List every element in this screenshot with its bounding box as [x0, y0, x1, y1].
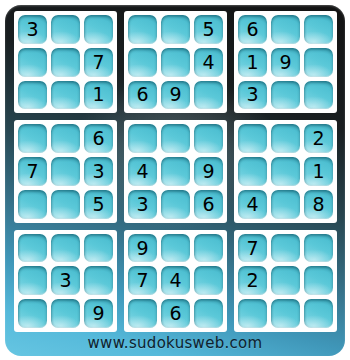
cell-r2c5[interactable] [161, 48, 190, 77]
cell-r2c7[interactable]: 1 [238, 48, 267, 77]
cell-r2c8[interactable]: 9 [271, 48, 300, 77]
sudoku-box-1-2: 5469 [124, 11, 227, 113]
cell-r9c9[interactable] [304, 299, 333, 328]
cell-r4c1[interactable] [18, 124, 47, 153]
cell-r3c5[interactable]: 9 [161, 81, 190, 110]
cell-r1c1[interactable]: 3 [18, 15, 47, 44]
cell-r1c7[interactable]: 6 [238, 15, 267, 44]
cell-r7c8[interactable] [271, 234, 300, 263]
cell-r7c2[interactable] [51, 234, 80, 263]
site-url[interactable]: www.sudokusweb.com [0, 334, 350, 352]
cell-r6c6[interactable]: 6 [194, 190, 223, 219]
cell-r2c2[interactable] [51, 48, 80, 77]
cell-r4c3[interactable]: 6 [84, 124, 113, 153]
cell-r4c8[interactable] [271, 124, 300, 153]
cell-r7c6[interactable] [194, 234, 223, 263]
cell-r5c3[interactable]: 3 [84, 157, 113, 186]
cell-r6c5[interactable] [161, 190, 190, 219]
cell-r5c1[interactable]: 7 [18, 157, 47, 186]
sudoku-box-3-2: 9746 [124, 230, 227, 332]
cell-r7c7[interactable]: 7 [238, 234, 267, 263]
cell-r4c7[interactable] [238, 124, 267, 153]
sudoku-puzzle-image: 3715469619367354936214839974672 www.sudo… [0, 0, 350, 360]
cell-r9c2[interactable] [51, 299, 80, 328]
sudoku-box-2-1: 6735 [14, 120, 117, 222]
cell-r3c6[interactable] [194, 81, 223, 110]
cell-r2c9[interactable] [304, 48, 333, 77]
cell-r8c7[interactable]: 2 [238, 266, 267, 295]
sudoku-board: 3715469619367354936214839974672 [14, 11, 337, 332]
cell-r1c8[interactable] [271, 15, 300, 44]
sudoku-box-1-3: 6193 [234, 11, 337, 113]
cell-r1c3[interactable] [84, 15, 113, 44]
cell-r6c4[interactable]: 3 [128, 190, 157, 219]
cell-r7c5[interactable] [161, 234, 190, 263]
cell-r5c4[interactable]: 4 [128, 157, 157, 186]
cell-r3c7[interactable]: 3 [238, 81, 267, 110]
cell-r1c5[interactable] [161, 15, 190, 44]
cell-r4c4[interactable] [128, 124, 157, 153]
cell-r5c7[interactable] [238, 157, 267, 186]
cell-r3c4[interactable]: 6 [128, 81, 157, 110]
cell-r1c6[interactable]: 5 [194, 15, 223, 44]
sudoku-box-3-3: 72 [234, 230, 337, 332]
cell-r1c9[interactable] [304, 15, 333, 44]
cell-r6c7[interactable]: 4 [238, 190, 267, 219]
cell-r6c1[interactable] [18, 190, 47, 219]
cell-r4c5[interactable] [161, 124, 190, 153]
cell-r8c9[interactable] [304, 266, 333, 295]
cell-r9c8[interactable] [271, 299, 300, 328]
cell-r1c4[interactable] [128, 15, 157, 44]
sudoku-box-3-1: 39 [14, 230, 117, 332]
cell-r8c1[interactable] [18, 266, 47, 295]
cell-r8c6[interactable] [194, 266, 223, 295]
cell-r5c5[interactable] [161, 157, 190, 186]
cell-r8c4[interactable]: 7 [128, 266, 157, 295]
cell-r4c2[interactable] [51, 124, 80, 153]
sudoku-box-2-3: 2148 [234, 120, 337, 222]
cell-r6c8[interactable] [271, 190, 300, 219]
cell-r1c2[interactable] [51, 15, 80, 44]
cell-r6c2[interactable] [51, 190, 80, 219]
cell-r3c2[interactable] [51, 81, 80, 110]
cell-r8c5[interactable]: 4 [161, 266, 190, 295]
cell-r9c5[interactable]: 6 [161, 299, 190, 328]
cell-r9c6[interactable] [194, 299, 223, 328]
cell-r2c1[interactable] [18, 48, 47, 77]
cell-r3c8[interactable] [271, 81, 300, 110]
cell-r2c6[interactable]: 4 [194, 48, 223, 77]
sudoku-box-2-2: 4936 [124, 120, 227, 222]
cell-r3c9[interactable] [304, 81, 333, 110]
cell-r5c8[interactable] [271, 157, 300, 186]
cell-r7c3[interactable] [84, 234, 113, 263]
cell-r3c1[interactable] [18, 81, 47, 110]
cell-r8c8[interactable] [271, 266, 300, 295]
cell-r9c4[interactable] [128, 299, 157, 328]
cell-r4c6[interactable] [194, 124, 223, 153]
cell-r2c4[interactable] [128, 48, 157, 77]
cell-r9c7[interactable] [238, 299, 267, 328]
cell-r7c4[interactable]: 9 [128, 234, 157, 263]
sudoku-box-1-1: 371 [14, 11, 117, 113]
cell-r9c3[interactable]: 9 [84, 299, 113, 328]
cell-r5c2[interactable] [51, 157, 80, 186]
cell-r5c6[interactable]: 9 [194, 157, 223, 186]
cell-r4c9[interactable]: 2 [304, 124, 333, 153]
cell-r5c9[interactable]: 1 [304, 157, 333, 186]
cell-r6c3[interactable]: 5 [84, 190, 113, 219]
cell-r2c3[interactable]: 7 [84, 48, 113, 77]
cell-r7c1[interactable] [18, 234, 47, 263]
cell-r8c3[interactable] [84, 266, 113, 295]
cell-r3c3[interactable]: 1 [84, 81, 113, 110]
cell-r8c2[interactable]: 3 [51, 266, 80, 295]
cell-r9c1[interactable] [18, 299, 47, 328]
cell-r6c9[interactable]: 8 [304, 190, 333, 219]
cell-r7c9[interactable] [304, 234, 333, 263]
